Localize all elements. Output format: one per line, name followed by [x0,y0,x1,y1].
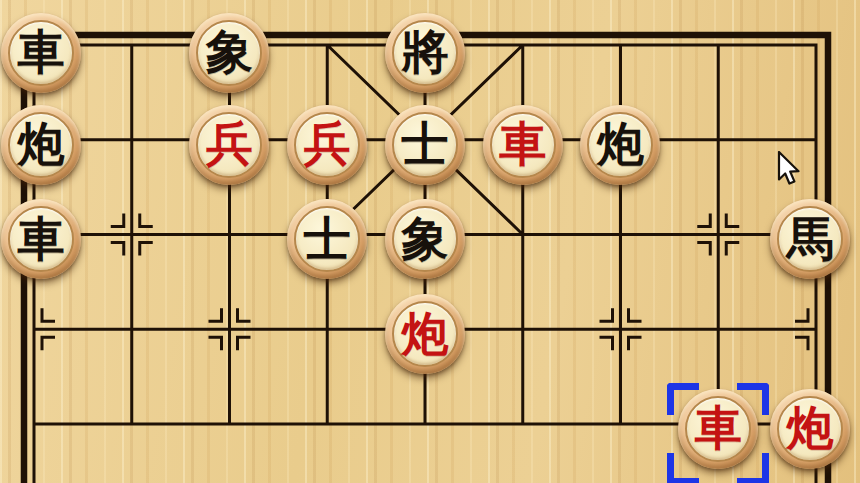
black-chariot-piece[interactable]: 車 [0,187,83,282]
board-grid: 車象將炮兵兵士車炮車士象馬炮車炮 [0,0,860,471]
piece-glyph: 炮 [17,120,64,167]
piece-face: 象 [196,20,262,86]
piece-face: 士 [294,206,360,272]
piece-face: 士 [392,112,458,178]
piece-face: 象 [392,206,458,272]
piece-disc: 象 [385,199,465,279]
black-general-piece[interactable]: 將 [376,0,474,92]
piece-glyph: 將 [401,28,448,75]
piece-disc: 兵 [287,105,367,185]
piece-disc: 士 [287,199,367,279]
red-soldier-piece[interactable]: 兵 [181,92,279,187]
red-cannon-piece[interactable]: 炮 [376,282,474,377]
black-elephant-piece[interactable]: 象 [376,187,474,282]
piece-face: 馬 [777,206,843,272]
mouse-cursor-icon [777,151,803,191]
piece-disc: 車 [483,105,563,185]
piece-disc: 馬 [770,199,850,279]
black-elephant-piece[interactable]: 象 [181,0,279,92]
piece-face: 將 [392,20,458,86]
piece-disc: 車 [678,389,758,469]
piece-glyph: 象 [401,215,448,262]
piece-disc: 車 [1,199,81,279]
piece-disc: 車 [1,13,81,93]
piece-disc: 將 [385,13,465,93]
xiangqi-board: 車象將炮兵兵士車炮車士象馬炮車炮 [0,0,860,483]
red-soldier-piece[interactable]: 兵 [278,92,376,187]
piece-glyph: 炮 [786,404,833,451]
piece-disc: 士 [385,105,465,185]
piece-disc: 象 [189,13,269,93]
piece-glyph: 士 [304,215,351,262]
black-cannon-piece[interactable]: 炮 [0,92,83,187]
piece-face: 炮 [8,112,74,178]
black-horse-piece[interactable]: 馬 [767,187,860,282]
piece-face: 炮 [587,112,653,178]
piece-glyph: 炮 [401,310,448,357]
piece-face: 車 [685,396,751,462]
red-cannon-piece[interactable]: 炮 [767,377,860,472]
black-chariot-piece[interactable]: 車 [0,0,83,92]
piece-face: 車 [8,20,74,86]
piece-face: 炮 [777,396,843,462]
piece-disc: 炮 [580,105,660,185]
piece-face: 車 [8,206,74,272]
piece-glyph: 車 [17,215,64,262]
piece-glyph: 車 [17,28,64,75]
piece-disc: 兵 [189,105,269,185]
red-chariot-piece[interactable]: 車 [669,377,767,472]
piece-disc: 炮 [385,294,465,374]
piece-disc: 炮 [770,389,850,469]
piece-glyph: 車 [499,120,546,167]
piece-glyph: 兵 [206,120,253,167]
black-advisor-piece[interactable]: 士 [376,92,474,187]
red-chariot-piece[interactable]: 車 [474,92,572,187]
black-advisor-piece[interactable]: 士 [278,187,376,282]
piece-disc: 炮 [1,105,81,185]
piece-glyph: 士 [401,120,448,167]
piece-glyph: 炮 [597,120,644,167]
piece-face: 車 [490,112,556,178]
piece-glyph: 馬 [786,215,833,262]
piece-face: 兵 [196,112,262,178]
piece-face: 炮 [392,301,458,367]
piece-glyph: 象 [206,28,253,75]
black-cannon-piece[interactable]: 炮 [572,92,670,187]
piece-face: 兵 [294,112,360,178]
piece-glyph: 兵 [304,120,351,167]
piece-glyph: 車 [695,404,742,451]
